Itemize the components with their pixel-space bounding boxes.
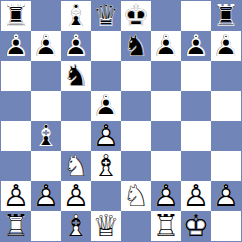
square-e4[interactable] <box>121 121 151 151</box>
square-e5[interactable] <box>121 91 151 121</box>
pawn-outline-layer: ♙ <box>181 31 211 61</box>
square-e2[interactable]: ♞♘ <box>121 181 151 211</box>
pawn-outline-layer: ♙ <box>151 181 181 211</box>
square-g7[interactable]: ♟♙ <box>181 31 211 61</box>
bishop-fill-layer: ♝ <box>91 151 121 181</box>
rook-fill-layer: ♜ <box>151 211 181 241</box>
square-h3[interactable] <box>211 151 241 181</box>
pawn-fill-layer: ♟ <box>1 181 31 211</box>
pawn-outline-layer: ♙ <box>211 181 241 211</box>
square-g5[interactable] <box>181 91 211 121</box>
square-a2[interactable]: ♟♙ <box>1 181 31 211</box>
pawn-outline-layer: ♙ <box>1 31 31 61</box>
pawn-outline-layer: ♙ <box>91 121 121 151</box>
bishop-outline-layer: ♗ <box>61 1 91 31</box>
pawn-outline-layer: ♙ <box>31 31 61 61</box>
rook-fill-layer: ♜ <box>1 211 31 241</box>
square-f3[interactable] <box>151 151 181 181</box>
king-outline-layer: ♔ <box>121 1 151 31</box>
piece-white-pawn[interactable]: ♟♙ <box>91 121 121 151</box>
piece-white-pawn[interactable]: ♟♙ <box>151 181 181 211</box>
square-g2[interactable]: ♟♙ <box>181 181 211 211</box>
rook-fill-layer: ♜ <box>211 1 241 31</box>
square-d1[interactable]: ♛♕ <box>91 211 121 241</box>
rook-outline-layer: ♖ <box>151 211 181 241</box>
square-f4[interactable] <box>151 121 181 151</box>
piece-white-knight[interactable]: ♞♘ <box>61 151 91 181</box>
piece-black-pawn[interactable]: ♟♙ <box>181 31 211 61</box>
piece-white-pawn[interactable]: ♟♙ <box>1 181 31 211</box>
square-c5[interactable] <box>61 91 91 121</box>
square-g8[interactable] <box>181 1 211 31</box>
square-f1[interactable]: ♜♖ <box>151 211 181 241</box>
knight-outline-layer: ♘ <box>121 181 151 211</box>
pawn-outline-layer: ♙ <box>181 181 211 211</box>
bishop-fill-layer: ♝ <box>31 121 61 151</box>
square-d6[interactable] <box>91 61 121 91</box>
piece-black-pawn[interactable]: ♟♙ <box>31 31 61 61</box>
square-a7[interactable]: ♟♙ <box>1 31 31 61</box>
chess-board-container: ♜♖♝♗♛♕♚♔♜♖♟♙♟♙♟♙♞♘♟♙♟♙♟♙♞♘♟♙♝♗♟♙♞♘♝♗♟♙♟♙… <box>0 0 242 242</box>
square-d8[interactable]: ♛♕ <box>91 1 121 31</box>
piece-black-pawn[interactable]: ♟♙ <box>91 91 121 121</box>
square-d3[interactable]: ♝♗ <box>91 151 121 181</box>
rook-outline-layer: ♖ <box>1 211 31 241</box>
square-a3[interactable] <box>1 151 31 181</box>
knight-outline-layer: ♘ <box>61 61 91 91</box>
square-d2[interactable] <box>91 181 121 211</box>
square-b6[interactable] <box>31 61 61 91</box>
piece-black-queen[interactable]: ♛♕ <box>91 1 121 31</box>
square-e3[interactable] <box>121 151 151 181</box>
square-h4[interactable] <box>211 121 241 151</box>
pawn-fill-layer: ♟ <box>181 31 211 61</box>
piece-white-pawn[interactable]: ♟♙ <box>181 181 211 211</box>
square-c1[interactable]: ♝♗ <box>61 211 91 241</box>
pawn-outline-layer: ♙ <box>61 31 91 61</box>
piece-white-bishop[interactable]: ♝♗ <box>91 151 121 181</box>
piece-white-bishop[interactable]: ♝♗ <box>61 211 91 241</box>
piece-black-rook[interactable]: ♜♖ <box>211 1 241 31</box>
piece-white-pawn[interactable]: ♟♙ <box>61 181 91 211</box>
square-a4[interactable] <box>1 121 31 151</box>
queen-outline-layer: ♕ <box>91 211 121 241</box>
pawn-fill-layer: ♟ <box>61 31 91 61</box>
piece-black-bishop[interactable]: ♝♗ <box>31 121 61 151</box>
piece-white-pawn[interactable]: ♟♙ <box>31 181 61 211</box>
square-a1[interactable]: ♜♖ <box>1 211 31 241</box>
square-e8[interactable]: ♚♔ <box>121 1 151 31</box>
square-d5[interactable]: ♟♙ <box>91 91 121 121</box>
knight-fill-layer: ♞ <box>121 31 151 61</box>
pawn-outline-layer: ♙ <box>151 31 181 61</box>
square-g3[interactable] <box>181 151 211 181</box>
queen-fill-layer: ♛ <box>91 1 121 31</box>
piece-white-pawn[interactable]: ♟♙ <box>211 181 241 211</box>
piece-white-rook[interactable]: ♜♖ <box>151 211 181 241</box>
square-b7[interactable]: ♟♙ <box>31 31 61 61</box>
square-b2[interactable]: ♟♙ <box>31 181 61 211</box>
square-e1[interactable] <box>121 211 151 241</box>
square-c7[interactable]: ♟♙ <box>61 31 91 61</box>
square-f2[interactable]: ♟♙ <box>151 181 181 211</box>
square-f7[interactable]: ♟♙ <box>151 31 181 61</box>
piece-black-knight[interactable]: ♞♘ <box>121 31 151 61</box>
pawn-fill-layer: ♟ <box>31 31 61 61</box>
square-c2[interactable]: ♟♙ <box>61 181 91 211</box>
piece-white-knight[interactable]: ♞♘ <box>121 181 151 211</box>
king-fill-layer: ♚ <box>121 1 151 31</box>
square-g6[interactable] <box>181 61 211 91</box>
rook-fill-layer: ♜ <box>1 1 31 31</box>
square-f8[interactable] <box>151 1 181 31</box>
square-g1[interactable]: ♚♔ <box>181 211 211 241</box>
knight-fill-layer: ♞ <box>121 181 151 211</box>
square-b4[interactable]: ♝♗ <box>31 121 61 151</box>
rook-outline-layer: ♖ <box>211 1 241 31</box>
square-h7[interactable]: ♟♙ <box>211 31 241 61</box>
pawn-fill-layer: ♟ <box>1 31 31 61</box>
square-c6[interactable]: ♞♘ <box>61 61 91 91</box>
pawn-fill-layer: ♟ <box>61 181 91 211</box>
piece-white-rook[interactable]: ♜♖ <box>1 211 31 241</box>
square-b3[interactable] <box>31 151 61 181</box>
square-h2[interactable]: ♟♙ <box>211 181 241 211</box>
piece-black-bishop[interactable]: ♝♗ <box>61 1 91 31</box>
square-c4[interactable] <box>61 121 91 151</box>
bishop-outline-layer: ♗ <box>61 211 91 241</box>
rook-outline-layer: ♖ <box>1 1 31 31</box>
piece-black-pawn[interactable]: ♟♙ <box>211 31 241 61</box>
pawn-fill-layer: ♟ <box>31 181 61 211</box>
knight-outline-layer: ♘ <box>121 31 151 61</box>
bishop-outline-layer: ♗ <box>91 151 121 181</box>
square-a8[interactable]: ♜♖ <box>1 1 31 31</box>
bishop-fill-layer: ♝ <box>61 1 91 31</box>
pawn-fill-layer: ♟ <box>211 181 241 211</box>
piece-black-pawn[interactable]: ♟♙ <box>61 31 91 61</box>
square-f6[interactable] <box>151 61 181 91</box>
square-f5[interactable] <box>151 91 181 121</box>
piece-white-king[interactable]: ♚♔ <box>181 211 211 241</box>
pawn-outline-layer: ♙ <box>211 31 241 61</box>
piece-black-knight[interactable]: ♞♘ <box>61 61 91 91</box>
pawn-fill-layer: ♟ <box>151 31 181 61</box>
square-d7[interactable] <box>91 31 121 61</box>
pawn-outline-layer: ♙ <box>61 181 91 211</box>
square-e7[interactable]: ♞♘ <box>121 31 151 61</box>
knight-fill-layer: ♞ <box>61 151 91 181</box>
square-b1[interactable] <box>31 211 61 241</box>
square-h8[interactable]: ♜♖ <box>211 1 241 31</box>
square-c3[interactable]: ♞♘ <box>61 151 91 181</box>
pawn-outline-layer: ♙ <box>31 181 61 211</box>
king-outline-layer: ♔ <box>181 211 211 241</box>
pawn-fill-layer: ♟ <box>211 31 241 61</box>
queen-outline-layer: ♕ <box>91 1 121 31</box>
queen-fill-layer: ♛ <box>91 211 121 241</box>
square-e6[interactable] <box>121 61 151 91</box>
square-b5[interactable] <box>31 91 61 121</box>
piece-black-king[interactable]: ♚♔ <box>121 1 151 31</box>
square-h6[interactable] <box>211 61 241 91</box>
pawn-fill-layer: ♟ <box>181 181 211 211</box>
knight-outline-layer: ♘ <box>61 151 91 181</box>
bishop-fill-layer: ♝ <box>61 211 91 241</box>
square-b8[interactable] <box>31 1 61 31</box>
pawn-fill-layer: ♟ <box>151 181 181 211</box>
piece-white-queen[interactable]: ♛♕ <box>91 211 121 241</box>
pawn-outline-layer: ♙ <box>91 91 121 121</box>
knight-fill-layer: ♞ <box>61 61 91 91</box>
pawn-outline-layer: ♙ <box>1 181 31 211</box>
pawn-fill-layer: ♟ <box>91 91 121 121</box>
piece-black-rook[interactable]: ♜♖ <box>1 1 31 31</box>
square-h1[interactable] <box>211 211 241 241</box>
chess-board: ♜♖♝♗♛♕♚♔♜♖♟♙♟♙♟♙♞♘♟♙♟♙♟♙♞♘♟♙♝♗♟♙♞♘♝♗♟♙♟♙… <box>0 0 242 242</box>
piece-black-pawn[interactable]: ♟♙ <box>1 31 31 61</box>
king-fill-layer: ♚ <box>181 211 211 241</box>
pawn-fill-layer: ♟ <box>91 121 121 151</box>
bishop-outline-layer: ♗ <box>31 121 61 151</box>
square-h5[interactable] <box>211 91 241 121</box>
square-g4[interactable] <box>181 121 211 151</box>
square-c8[interactable]: ♝♗ <box>61 1 91 31</box>
square-a6[interactable] <box>1 61 31 91</box>
square-a5[interactable] <box>1 91 31 121</box>
square-d4[interactable]: ♟♙ <box>91 121 121 151</box>
piece-black-pawn[interactable]: ♟♙ <box>151 31 181 61</box>
